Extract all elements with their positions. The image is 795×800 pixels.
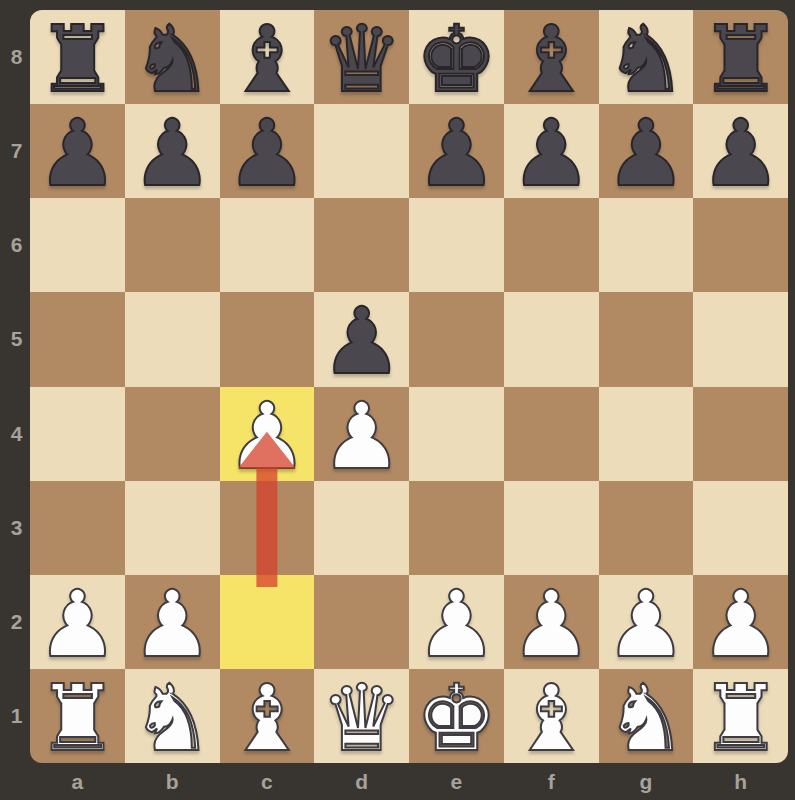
square-a8[interactable]: ♜	[30, 10, 125, 104]
square-h5[interactable]	[693, 292, 788, 386]
piece-white-knight[interactable]: ♞	[131, 673, 213, 763]
piece-white-rook[interactable]: ♜	[36, 673, 118, 763]
square-c5[interactable]	[220, 292, 315, 386]
square-a1[interactable]: ♜	[30, 669, 125, 763]
square-f4[interactable]	[504, 387, 599, 481]
square-f7[interactable]: ♟	[504, 104, 599, 198]
square-b8[interactable]: ♞	[125, 10, 220, 104]
square-b3[interactable]	[125, 481, 220, 575]
square-f2[interactable]: ♟	[504, 575, 599, 669]
square-e3[interactable]	[409, 481, 504, 575]
piece-black-bishop[interactable]: ♝	[510, 14, 592, 106]
file-label-d: d	[314, 763, 409, 800]
square-a6[interactable]	[30, 198, 125, 292]
square-f1[interactable]: ♝	[504, 669, 599, 763]
piece-black-queen[interactable]: ♛	[320, 14, 402, 106]
piece-white-queen[interactable]: ♛	[320, 673, 402, 763]
square-c1[interactable]: ♝	[220, 669, 315, 763]
piece-black-pawn[interactable]: ♟	[605, 108, 687, 200]
piece-black-pawn[interactable]: ♟	[131, 108, 213, 200]
piece-black-pawn[interactable]: ♟	[510, 108, 592, 200]
piece-white-pawn[interactable]: ♟	[131, 579, 213, 671]
file-label-g: g	[599, 763, 694, 800]
piece-white-rook[interactable]: ♜	[699, 673, 781, 763]
square-c3[interactable]	[220, 481, 315, 575]
piece-white-bishop[interactable]: ♝	[510, 673, 592, 763]
rank-label-2: 2	[0, 575, 30, 669]
piece-black-bishop[interactable]: ♝	[226, 14, 308, 106]
piece-white-pawn[interactable]: ♟	[605, 579, 687, 671]
square-b7[interactable]: ♟	[125, 104, 220, 198]
file-label-e: e	[409, 763, 504, 800]
piece-white-king[interactable]: ♚	[415, 673, 497, 763]
square-f6[interactable]	[504, 198, 599, 292]
square-e5[interactable]	[409, 292, 504, 386]
square-b4[interactable]	[125, 387, 220, 481]
square-d2[interactable]	[314, 575, 409, 669]
file-label-b: b	[125, 763, 220, 800]
piece-white-pawn[interactable]: ♟	[415, 579, 497, 671]
square-e2[interactable]: ♟	[409, 575, 504, 669]
square-d3[interactable]	[314, 481, 409, 575]
piece-white-pawn[interactable]: ♟	[320, 391, 402, 483]
square-d4[interactable]: ♟	[314, 387, 409, 481]
square-h1[interactable]: ♜	[693, 669, 788, 763]
square-a2[interactable]: ♟	[30, 575, 125, 669]
square-d1[interactable]: ♛	[314, 669, 409, 763]
square-d5[interactable]: ♟	[314, 292, 409, 386]
rank-label-5: 5	[0, 292, 30, 386]
square-b2[interactable]: ♟	[125, 575, 220, 669]
file-label-a: a	[30, 763, 125, 800]
square-d7[interactable]	[314, 104, 409, 198]
square-g3[interactable]	[599, 481, 694, 575]
square-h6[interactable]	[693, 198, 788, 292]
piece-black-pawn[interactable]: ♟	[699, 108, 781, 200]
chess-app: 87654321 ♜♞♝♛♚♝♞♜♟♟♟♟♟♟♟♟♟♟♟♟♟♟♟♟♜♞♝♛♚♝♞…	[0, 0, 795, 800]
rank-labels: 87654321	[0, 10, 30, 763]
piece-black-pawn[interactable]: ♟	[415, 108, 497, 200]
square-f8[interactable]: ♝	[504, 10, 599, 104]
square-a5[interactable]	[30, 292, 125, 386]
square-g2[interactable]: ♟	[599, 575, 694, 669]
square-b1[interactable]: ♞	[125, 669, 220, 763]
square-e1[interactable]: ♚	[409, 669, 504, 763]
chess-board: ♜♞♝♛♚♝♞♜♟♟♟♟♟♟♟♟♟♟♟♟♟♟♟♟♜♞♝♛♚♝♞♜	[30, 10, 788, 763]
square-h2[interactable]: ♟	[693, 575, 788, 669]
piece-black-knight[interactable]: ♞	[131, 14, 213, 106]
square-b5[interactable]	[125, 292, 220, 386]
square-g8[interactable]: ♞	[599, 10, 694, 104]
square-d6[interactable]	[314, 198, 409, 292]
piece-white-bishop[interactable]: ♝	[226, 673, 308, 763]
rank-label-3: 3	[0, 481, 30, 575]
rank-label-8: 8	[0, 10, 30, 104]
square-c6[interactable]	[220, 198, 315, 292]
rank-label-1: 1	[0, 669, 30, 763]
piece-white-pawn[interactable]: ♟	[510, 579, 592, 671]
file-labels: abcdefgh	[30, 763, 788, 800]
square-c4[interactable]: ♟	[220, 387, 315, 481]
square-h3[interactable]	[693, 481, 788, 575]
file-label-h: h	[693, 763, 788, 800]
piece-black-king[interactable]: ♚	[415, 14, 497, 106]
piece-white-pawn[interactable]: ♟	[36, 579, 118, 671]
file-label-f: f	[504, 763, 599, 800]
square-e8[interactable]: ♚	[409, 10, 504, 104]
square-c7[interactable]: ♟	[220, 104, 315, 198]
square-g4[interactable]	[599, 387, 694, 481]
square-h4[interactable]	[693, 387, 788, 481]
square-g5[interactable]	[599, 292, 694, 386]
piece-black-pawn[interactable]: ♟	[36, 108, 118, 200]
square-f3[interactable]	[504, 481, 599, 575]
square-b6[interactable]	[125, 198, 220, 292]
square-g1[interactable]: ♞	[599, 669, 694, 763]
piece-white-knight[interactable]: ♞	[605, 673, 687, 763]
rank-label-4: 4	[0, 387, 30, 481]
square-h8[interactable]: ♜	[693, 10, 788, 104]
rank-label-7: 7	[0, 104, 30, 198]
square-c8[interactable]: ♝	[220, 10, 315, 104]
square-g6[interactable]	[599, 198, 694, 292]
square-c2[interactable]	[220, 575, 315, 669]
piece-black-rook[interactable]: ♜	[699, 14, 781, 106]
square-d8[interactable]: ♛	[314, 10, 409, 104]
square-e6[interactable]	[409, 198, 504, 292]
square-a7[interactable]: ♟	[30, 104, 125, 198]
square-a4[interactable]	[30, 387, 125, 481]
piece-black-rook[interactable]: ♜	[36, 14, 118, 106]
file-label-c: c	[220, 763, 315, 800]
square-h7[interactable]: ♟	[693, 104, 788, 198]
square-e7[interactable]: ♟	[409, 104, 504, 198]
square-a3[interactable]	[30, 481, 125, 575]
piece-black-pawn[interactable]: ♟	[320, 296, 402, 388]
piece-black-pawn[interactable]: ♟	[226, 108, 308, 200]
piece-white-pawn[interactable]: ♟	[699, 579, 781, 671]
square-f5[interactable]	[504, 292, 599, 386]
rank-label-6: 6	[0, 198, 30, 292]
piece-black-knight[interactable]: ♞	[605, 14, 687, 106]
piece-white-pawn[interactable]: ♟	[226, 391, 308, 483]
square-g7[interactable]: ♟	[599, 104, 694, 198]
square-e4[interactable]	[409, 387, 504, 481]
